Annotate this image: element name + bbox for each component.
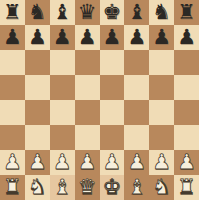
square-e4[interactable] xyxy=(100,100,125,125)
piece-white-rook[interactable]: ♜ xyxy=(3,175,22,200)
square-d8[interactable]: ♛ xyxy=(75,0,100,25)
square-a7[interactable]: ♟ xyxy=(0,25,25,50)
square-h7[interactable]: ♟ xyxy=(174,25,199,50)
square-g7[interactable]: ♟ xyxy=(149,25,174,50)
piece-black-rook[interactable]: ♜ xyxy=(177,0,196,25)
piece-white-bishop[interactable]: ♝ xyxy=(127,175,146,200)
square-f1[interactable]: ♝ xyxy=(124,175,149,200)
square-e8[interactable]: ♚ xyxy=(100,0,125,25)
square-a3[interactable] xyxy=(0,125,25,150)
square-e6[interactable] xyxy=(100,50,125,75)
piece-white-knight[interactable]: ♞ xyxy=(152,175,171,200)
square-h3[interactable] xyxy=(174,125,199,150)
piece-black-knight[interactable]: ♞ xyxy=(28,0,47,25)
piece-white-pawn[interactable]: ♟ xyxy=(103,150,122,175)
square-c2[interactable]: ♟ xyxy=(50,150,75,175)
square-a8[interactable]: ♜ xyxy=(0,0,25,25)
piece-black-pawn[interactable]: ♟ xyxy=(78,25,97,50)
square-g5[interactable] xyxy=(149,75,174,100)
square-h6[interactable] xyxy=(174,50,199,75)
square-f8[interactable]: ♝ xyxy=(124,0,149,25)
square-d6[interactable] xyxy=(75,50,100,75)
piece-black-pawn[interactable]: ♟ xyxy=(152,25,171,50)
square-d3[interactable] xyxy=(75,125,100,150)
piece-black-bishop[interactable]: ♝ xyxy=(127,0,146,25)
square-e5[interactable] xyxy=(100,75,125,100)
piece-black-pawn[interactable]: ♟ xyxy=(103,25,122,50)
piece-white-pawn[interactable]: ♟ xyxy=(177,150,196,175)
piece-black-rook[interactable]: ♜ xyxy=(3,0,22,25)
piece-white-king[interactable]: ♚ xyxy=(103,175,122,200)
piece-black-pawn[interactable]: ♟ xyxy=(28,25,47,50)
square-b6[interactable] xyxy=(25,50,50,75)
square-b2[interactable]: ♟ xyxy=(25,150,50,175)
piece-white-pawn[interactable]: ♟ xyxy=(78,150,97,175)
piece-black-pawn[interactable]: ♟ xyxy=(3,25,22,50)
square-g8[interactable]: ♞ xyxy=(149,0,174,25)
piece-white-pawn[interactable]: ♟ xyxy=(53,150,72,175)
square-h2[interactable]: ♟ xyxy=(174,150,199,175)
square-f3[interactable] xyxy=(124,125,149,150)
square-a6[interactable] xyxy=(0,50,25,75)
square-e7[interactable]: ♟ xyxy=(100,25,125,50)
square-g4[interactable] xyxy=(149,100,174,125)
square-d1[interactable]: ♛ xyxy=(75,175,100,200)
chess-board: ♜♞♝♛♚♝♞♜♟♟♟♟♟♟♟♟♟♟♟♟♟♟♟♟♜♞♝♛♚♝♞♜ xyxy=(0,0,199,200)
piece-black-knight[interactable]: ♞ xyxy=(152,0,171,25)
square-c4[interactable] xyxy=(50,100,75,125)
square-c7[interactable]: ♟ xyxy=(50,25,75,50)
square-e3[interactable] xyxy=(100,125,125,150)
square-b1[interactable]: ♞ xyxy=(25,175,50,200)
piece-white-knight[interactable]: ♞ xyxy=(28,175,47,200)
piece-black-pawn[interactable]: ♟ xyxy=(127,25,146,50)
piece-white-pawn[interactable]: ♟ xyxy=(3,150,22,175)
square-c5[interactable] xyxy=(50,75,75,100)
square-g2[interactable]: ♟ xyxy=(149,150,174,175)
piece-white-queen[interactable]: ♛ xyxy=(78,175,97,200)
square-a2[interactable]: ♟ xyxy=(0,150,25,175)
square-g6[interactable] xyxy=(149,50,174,75)
piece-black-pawn[interactable]: ♟ xyxy=(53,25,72,50)
square-a5[interactable] xyxy=(0,75,25,100)
square-c1[interactable]: ♝ xyxy=(50,175,75,200)
square-h4[interactable] xyxy=(174,100,199,125)
square-f4[interactable] xyxy=(124,100,149,125)
square-h1[interactable]: ♜ xyxy=(174,175,199,200)
square-h8[interactable]: ♜ xyxy=(174,0,199,25)
piece-black-king[interactable]: ♚ xyxy=(103,0,122,25)
square-h5[interactable] xyxy=(174,75,199,100)
piece-white-pawn[interactable]: ♟ xyxy=(28,150,47,175)
square-e1[interactable]: ♚ xyxy=(100,175,125,200)
square-g1[interactable]: ♞ xyxy=(149,175,174,200)
piece-white-pawn[interactable]: ♟ xyxy=(127,150,146,175)
square-d2[interactable]: ♟ xyxy=(75,150,100,175)
square-c8[interactable]: ♝ xyxy=(50,0,75,25)
square-e2[interactable]: ♟ xyxy=(100,150,125,175)
square-b5[interactable] xyxy=(25,75,50,100)
piece-white-pawn[interactable]: ♟ xyxy=(152,150,171,175)
square-f2[interactable]: ♟ xyxy=(124,150,149,175)
square-b4[interactable] xyxy=(25,100,50,125)
square-d4[interactable] xyxy=(75,100,100,125)
square-c3[interactable] xyxy=(50,125,75,150)
square-g3[interactable] xyxy=(149,125,174,150)
square-a4[interactable] xyxy=(0,100,25,125)
piece-black-pawn[interactable]: ♟ xyxy=(177,25,196,50)
square-a1[interactable]: ♜ xyxy=(0,175,25,200)
square-f5[interactable] xyxy=(124,75,149,100)
piece-white-rook[interactable]: ♜ xyxy=(177,175,196,200)
piece-black-queen[interactable]: ♛ xyxy=(78,0,97,25)
square-d7[interactable]: ♟ xyxy=(75,25,100,50)
piece-black-bishop[interactable]: ♝ xyxy=(53,0,72,25)
square-d5[interactable] xyxy=(75,75,100,100)
square-b8[interactable]: ♞ xyxy=(25,0,50,25)
piece-white-bishop[interactable]: ♝ xyxy=(53,175,72,200)
square-c6[interactable] xyxy=(50,50,75,75)
square-b7[interactable]: ♟ xyxy=(25,25,50,50)
square-f7[interactable]: ♟ xyxy=(124,25,149,50)
square-f6[interactable] xyxy=(124,50,149,75)
square-b3[interactable] xyxy=(25,125,50,150)
